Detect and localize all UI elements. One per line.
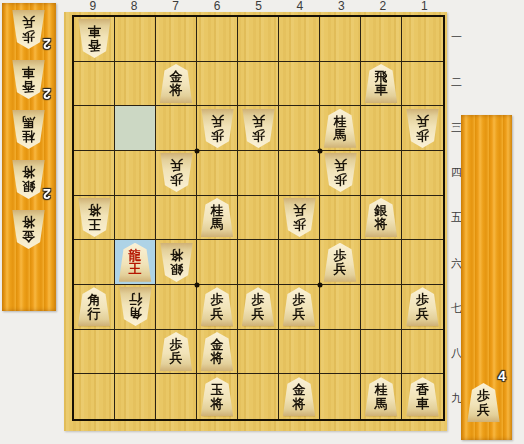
piece-kanji: 玉 (211, 383, 224, 397)
piece-kanji: 馬 (334, 128, 347, 142)
square-1四[interactable] (402, 151, 443, 196)
square-9七[interactable]: 角行 (74, 285, 115, 330)
square-8七[interactable]: 角行 (115, 285, 156, 330)
piece-sente-rook[interactable]: 飛車 (365, 64, 398, 103)
column-labels: 987654321 (72, 0, 445, 13)
square-9六[interactable] (74, 240, 115, 285)
piece-kanji: 車 (88, 25, 101, 39)
square-9五[interactable]: 王将 (74, 196, 115, 241)
hoshi-dot (318, 149, 323, 154)
square-7九[interactable] (156, 374, 197, 419)
piece-kanji: 兵 (293, 204, 306, 218)
piece-kanji: 車 (375, 83, 388, 97)
square-6四[interactable] (197, 151, 238, 196)
square-1八[interactable] (402, 330, 443, 375)
piece-gote-gold[interactable]: 金将 (12, 210, 45, 249)
square-2四[interactable] (361, 151, 402, 196)
piece-kanji: 飛 (375, 70, 388, 84)
square-8一[interactable] (115, 17, 156, 62)
square-5二[interactable] (238, 62, 279, 107)
column-label-5: 5 (238, 0, 279, 13)
square-5六[interactable] (238, 240, 279, 285)
piece-kanji: 桂 (22, 130, 35, 144)
piece-kanji: 車 (416, 397, 429, 411)
square-4二[interactable] (279, 62, 320, 107)
piece-gote-pawn[interactable]: 歩兵 (12, 10, 45, 49)
piece-sente-knight[interactable]: 桂馬 (365, 377, 398, 416)
piece-sente-lance[interactable]: 香車 (406, 377, 439, 416)
sente-captured-stand: 歩兵4 (461, 115, 512, 440)
piece-gote-pawn[interactable]: 歩兵 (283, 198, 316, 237)
square-3九[interactable] (320, 374, 361, 419)
square-5一[interactable] (238, 17, 279, 62)
piece-kanji: 兵 (334, 159, 347, 173)
piece-gote-knight[interactable]: 桂馬 (12, 110, 45, 149)
piece-kanji: 角 (88, 293, 101, 307)
piece-kanji: 馬 (375, 397, 388, 411)
piece-kanji: 王 (129, 262, 142, 276)
piece-kanji: 兵 (416, 115, 429, 129)
square-9三[interactable] (74, 106, 115, 151)
square-6三[interactable]: 歩兵 (197, 106, 238, 151)
square-2五[interactable]: 銀将 (361, 196, 402, 241)
piece-gote-king[interactable]: 王将 (78, 198, 111, 237)
piece-gote-bishop[interactable]: 角行 (119, 287, 152, 326)
piece-kanji: 金 (170, 70, 183, 84)
piece-kanji: 歩 (477, 389, 490, 403)
hoshi-dot (195, 149, 200, 154)
square-8六[interactable]: 龍王 (115, 240, 156, 285)
piece-kanji: 将 (170, 249, 183, 263)
square-2三[interactable] (361, 106, 402, 151)
piece-kanji: 香 (416, 383, 429, 397)
piece-kanji: 将 (293, 397, 306, 411)
piece-kanji: 歩 (334, 173, 347, 187)
piece-kanji: 歩 (334, 249, 347, 263)
piece-kanji: 将 (211, 397, 224, 411)
piece-kanji: 銀 (22, 180, 35, 194)
square-5八[interactable] (238, 330, 279, 375)
piece-kanji: 車 (22, 66, 35, 80)
piece-kanji: 金 (293, 383, 306, 397)
column-label-7: 7 (155, 0, 196, 13)
piece-kanji: 兵 (170, 159, 183, 173)
square-4一[interactable] (279, 17, 320, 62)
square-6五[interactable]: 桂馬 (197, 196, 238, 241)
column-label-3: 3 (321, 0, 362, 13)
piece-kanji: 歩 (211, 128, 224, 142)
square-1七[interactable]: 歩兵 (402, 285, 443, 330)
square-1六[interactable] (402, 240, 443, 285)
square-5五[interactable] (238, 196, 279, 241)
piece-kanji: 歩 (293, 293, 306, 307)
piece-kanji: 将 (88, 204, 101, 218)
square-6一[interactable] (197, 17, 238, 62)
piece-kanji: 将 (22, 216, 35, 230)
square-9二[interactable] (74, 62, 115, 107)
square-7八[interactable]: 歩兵 (156, 330, 197, 375)
square-3四[interactable]: 歩兵 (320, 151, 361, 196)
column-label-4: 4 (279, 0, 320, 13)
piece-kanji: 将 (375, 217, 388, 231)
piece-kanji: 歩 (416, 128, 429, 142)
piece-kanji: 金 (22, 230, 35, 244)
piece-kanji: 歩 (211, 293, 224, 307)
piece-kanji: 馬 (22, 116, 35, 130)
piece-kanji: 龍 (129, 249, 142, 263)
piece-kanji: 将 (22, 166, 35, 180)
piece-kanji: 香 (22, 80, 35, 94)
piece-kanji: 兵 (22, 16, 35, 30)
square-6二[interactable] (197, 62, 238, 107)
square-5三[interactable]: 歩兵 (238, 106, 279, 151)
piece-kanji: 兵 (416, 307, 429, 321)
square-3五[interactable] (320, 196, 361, 241)
piece-gote-pawn[interactable]: 歩兵 (406, 109, 439, 148)
piece-sente-dragon[interactable]: 龍王 (119, 243, 152, 282)
square-9一[interactable]: 香車 (74, 17, 115, 62)
square-8九[interactable] (115, 374, 156, 419)
square-7四[interactable]: 歩兵 (156, 151, 197, 196)
square-7七[interactable] (156, 285, 197, 330)
piece-gote-pawn[interactable]: 歩兵 (242, 109, 275, 148)
piece-kanji: 兵 (211, 307, 224, 321)
piece-sente-pawn[interactable]: 歩兵 (283, 287, 316, 326)
column-label-1: 1 (404, 0, 445, 13)
column-label-6: 6 (196, 0, 237, 13)
piece-sente-gold[interactable]: 金将 (283, 377, 316, 416)
piece-kanji: 将 (170, 83, 183, 97)
square-3七[interactable] (320, 285, 361, 330)
piece-kanji: 銀 (375, 204, 388, 218)
square-1九[interactable]: 香車 (402, 374, 443, 419)
square-9四[interactable] (74, 151, 115, 196)
square-7六[interactable]: 銀将 (156, 240, 197, 285)
square-8五[interactable] (115, 196, 156, 241)
row-label-2: 二 (449, 60, 464, 105)
square-8八[interactable] (115, 330, 156, 375)
piece-kanji: 香 (88, 39, 101, 53)
hoshi-dot (318, 283, 323, 288)
square-6九[interactable]: 玉将 (197, 374, 238, 419)
piece-sente-bishop[interactable]: 角行 (78, 287, 111, 326)
column-label-8: 8 (113, 0, 154, 13)
piece-sente-silver[interactable]: 銀将 (365, 198, 398, 237)
piece-sente-gold[interactable]: 金将 (160, 64, 193, 103)
piece-kanji: 将 (211, 351, 224, 365)
piece-kanji: 歩 (170, 173, 183, 187)
square-4六[interactable] (279, 240, 320, 285)
square-4九[interactable]: 金将 (279, 374, 320, 419)
piece-kanji: 兵 (477, 403, 490, 417)
square-4八[interactable] (279, 330, 320, 375)
square-1三[interactable]: 歩兵 (402, 106, 443, 151)
square-1五[interactable] (402, 196, 443, 241)
piece-kanji: 桂 (375, 383, 388, 397)
piece-kanji: 王 (88, 217, 101, 231)
square-3八[interactable] (320, 330, 361, 375)
piece-kanji: 歩 (22, 30, 35, 44)
piece-gote-silver[interactable]: 銀将 (12, 160, 45, 199)
square-8三[interactable] (115, 106, 156, 151)
gote-hand-count-pawn: 2 (43, 36, 51, 52)
square-7三[interactable] (156, 106, 197, 151)
column-label-2: 2 (362, 0, 403, 13)
piece-sente-pawn[interactable]: 歩兵 (324, 243, 357, 282)
piece-sente-knight[interactable]: 桂馬 (201, 198, 234, 237)
square-4七[interactable]: 歩兵 (279, 285, 320, 330)
piece-kanji: 角 (129, 307, 142, 321)
square-7五[interactable] (156, 196, 197, 241)
square-5四[interactable] (238, 151, 279, 196)
square-2七[interactable] (361, 285, 402, 330)
piece-kanji: 銀 (170, 262, 183, 276)
square-8四[interactable] (115, 151, 156, 196)
square-3六[interactable]: 歩兵 (320, 240, 361, 285)
square-2二[interactable]: 飛車 (361, 62, 402, 107)
hoshi-dot (195, 283, 200, 288)
piece-gote-pawn[interactable]: 歩兵 (160, 153, 193, 192)
square-2九[interactable]: 桂馬 (361, 374, 402, 419)
sente-hand-count-pawn: 4 (498, 368, 506, 384)
column-label-9: 9 (72, 0, 113, 13)
square-1二[interactable] (402, 62, 443, 107)
square-2八[interactable] (361, 330, 402, 375)
piece-sente-pawn[interactable]: 歩兵 (467, 383, 500, 422)
piece-sente-pawn[interactable]: 歩兵 (242, 287, 275, 326)
square-5七[interactable]: 歩兵 (238, 285, 279, 330)
piece-kanji: 馬 (211, 217, 224, 231)
piece-kanji: 歩 (293, 217, 306, 231)
square-2六[interactable] (361, 240, 402, 285)
square-6八[interactable]: 金将 (197, 330, 238, 375)
piece-kanji: 兵 (170, 351, 183, 365)
square-4五[interactable]: 歩兵 (279, 196, 320, 241)
square-3三[interactable]: 桂馬 (320, 106, 361, 151)
square-9八[interactable] (74, 330, 115, 375)
shogi-board: 香車金将飛車歩兵歩兵桂馬歩兵歩兵歩兵王将桂馬歩兵銀将龍王銀将歩兵角行角行歩兵歩兵… (64, 12, 447, 431)
piece-kanji: 行 (129, 293, 142, 307)
piece-kanji: 兵 (211, 115, 224, 129)
square-4四[interactable] (279, 151, 320, 196)
square-3二[interactable] (320, 62, 361, 107)
piece-kanji: 歩 (252, 128, 265, 142)
square-3一[interactable] (320, 17, 361, 62)
piece-kanji: 歩 (252, 293, 265, 307)
piece-kanji: 兵 (252, 307, 265, 321)
square-1一[interactable] (402, 17, 443, 62)
gote-hand-count-lance: 2 (43, 86, 51, 102)
piece-kanji: 歩 (416, 293, 429, 307)
piece-sente-pawn[interactable]: 歩兵 (406, 287, 439, 326)
piece-kanji: 歩 (170, 338, 183, 352)
square-9九[interactable] (74, 374, 115, 419)
piece-kanji: 行 (88, 307, 101, 321)
piece-gote-lance[interactable]: 香車 (12, 60, 45, 99)
piece-sente-gold[interactable]: 金将 (201, 332, 234, 371)
gote-hand-count-silver: 2 (43, 186, 51, 202)
square-8二[interactable] (115, 62, 156, 107)
piece-kanji: 桂 (211, 204, 224, 218)
square-7二[interactable]: 金将 (156, 62, 197, 107)
square-5九[interactable] (238, 374, 279, 419)
row-label-1: 一 (449, 15, 464, 60)
piece-kanji: 桂 (334, 115, 347, 129)
piece-sente-king[interactable]: 玉将 (201, 377, 234, 416)
gote-captured-stand: 歩兵2香車2桂馬銀将2金将 (2, 3, 56, 311)
piece-gote-lance[interactable]: 香車 (78, 19, 111, 58)
square-7一[interactable] (156, 17, 197, 62)
piece-gote-pawn[interactable]: 歩兵 (324, 153, 357, 192)
piece-sente-pawn[interactable]: 歩兵 (160, 332, 193, 371)
square-4三[interactable] (279, 106, 320, 151)
piece-kanji: 兵 (293, 307, 306, 321)
piece-sente-knight[interactable]: 桂馬 (324, 109, 357, 148)
piece-kanji: 金 (211, 338, 224, 352)
square-2一[interactable] (361, 17, 402, 62)
piece-sente-pawn[interactable]: 歩兵 (201, 287, 234, 326)
square-6六[interactable] (197, 240, 238, 285)
square-6七[interactable]: 歩兵 (197, 285, 238, 330)
piece-kanji: 兵 (252, 115, 265, 129)
piece-gote-pawn[interactable]: 歩兵 (201, 109, 234, 148)
piece-gote-silver[interactable]: 銀将 (160, 243, 193, 282)
piece-kanji: 兵 (334, 262, 347, 276)
board-grid: 香車金将飛車歩兵歩兵桂馬歩兵歩兵歩兵王将桂馬歩兵銀将龍王銀将歩兵角行角行歩兵歩兵… (72, 15, 445, 421)
